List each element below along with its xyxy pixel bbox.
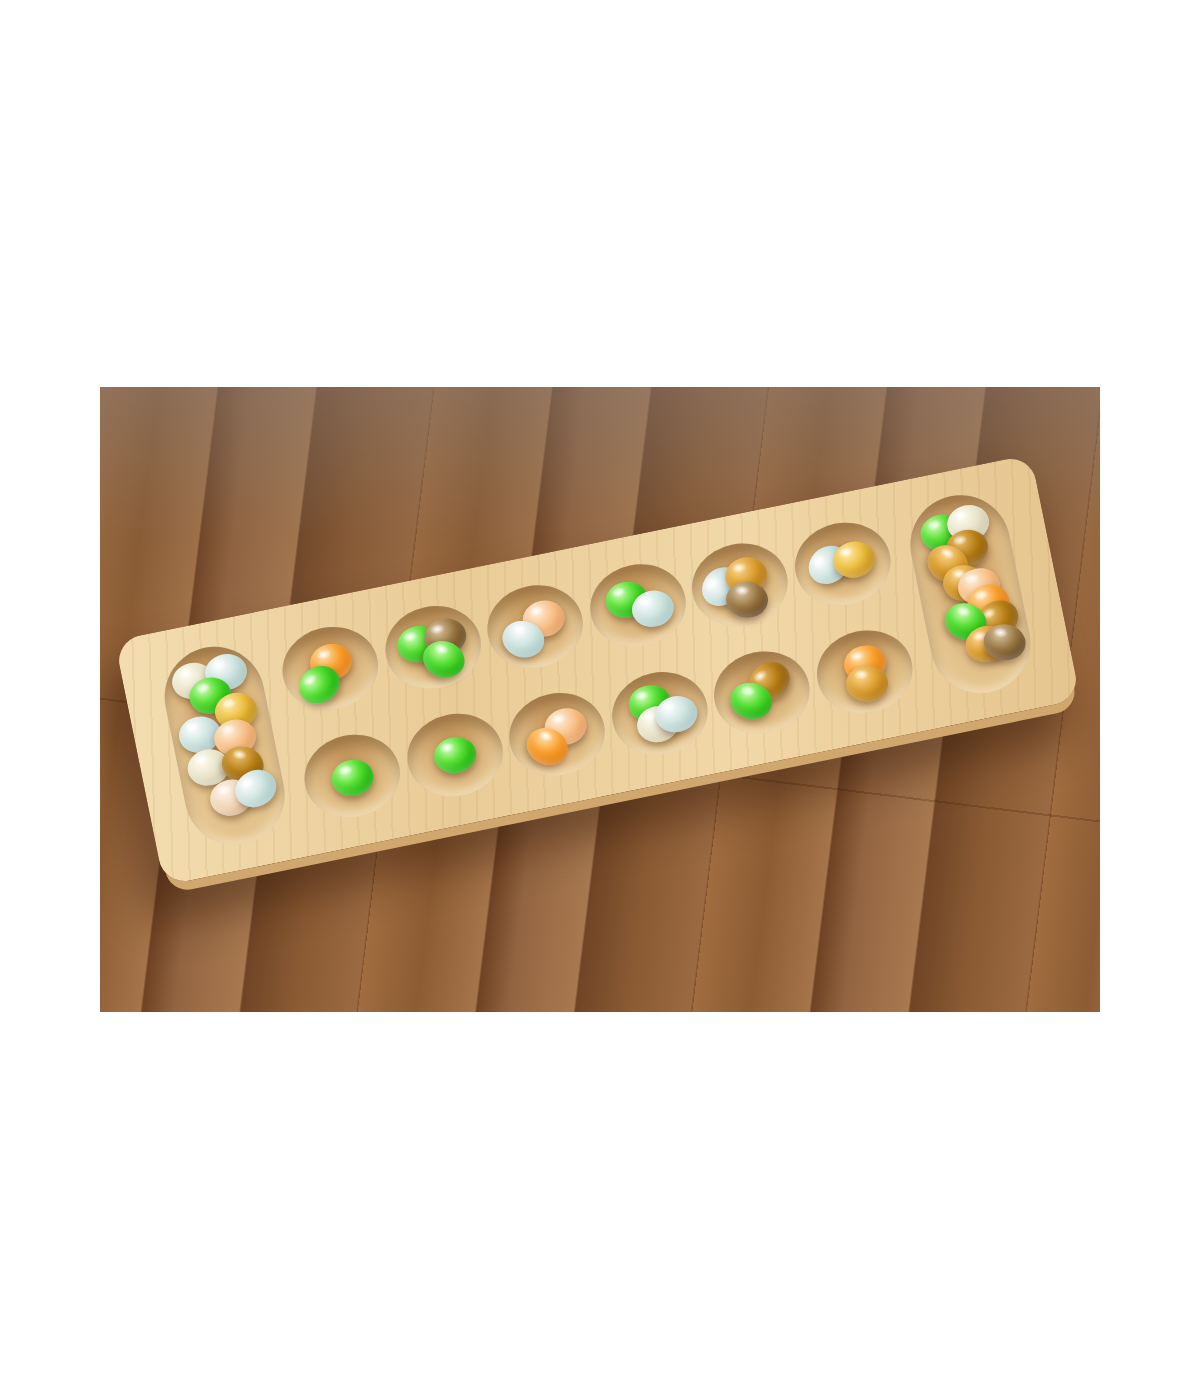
pit-cell-bottom-4	[602, 655, 716, 772]
pit-top-1[interactable]	[275, 618, 385, 717]
pit-top-4[interactable]	[583, 556, 693, 655]
amber-glass-stone	[845, 665, 888, 702]
pit-top-2[interactable]	[378, 598, 488, 697]
pit-cell-bottom-3	[500, 676, 614, 793]
pit-bottom-2[interactable]	[400, 705, 510, 804]
pit-cell-bottom-6	[807, 613, 921, 730]
pit-cell-top-5	[683, 526, 797, 643]
pit-bottom-3[interactable]	[502, 685, 612, 784]
pit-cell-top-3	[478, 568, 592, 685]
green-glass-stone	[431, 733, 479, 777]
pit-cell-bottom-5	[705, 634, 819, 751]
pit-top-3[interactable]	[480, 577, 590, 676]
pit-cell-bottom-1	[295, 717, 409, 834]
pit-cell-top-6	[785, 505, 899, 622]
pit-cell-bottom-2	[398, 697, 512, 814]
green-glass-stone	[329, 756, 377, 800]
left-store[interactable]	[156, 638, 294, 854]
pit-bottom-1[interactable]	[297, 726, 407, 825]
brown-glass-stone	[725, 580, 769, 618]
pit-cell-top-1	[273, 610, 387, 727]
pit-bottom-4[interactable]	[604, 664, 714, 763]
mancala-board-photo	[100, 387, 1100, 1012]
pit-top-5[interactable]	[685, 535, 795, 634]
pit-bottom-6[interactable]	[809, 622, 919, 721]
pit-top-6[interactable]	[787, 514, 897, 613]
pit-cell-top-4	[580, 547, 694, 664]
pit-cell-top-2	[376, 589, 490, 706]
right-store[interactable]	[901, 486, 1039, 702]
pit-bottom-5[interactable]	[707, 643, 817, 742]
